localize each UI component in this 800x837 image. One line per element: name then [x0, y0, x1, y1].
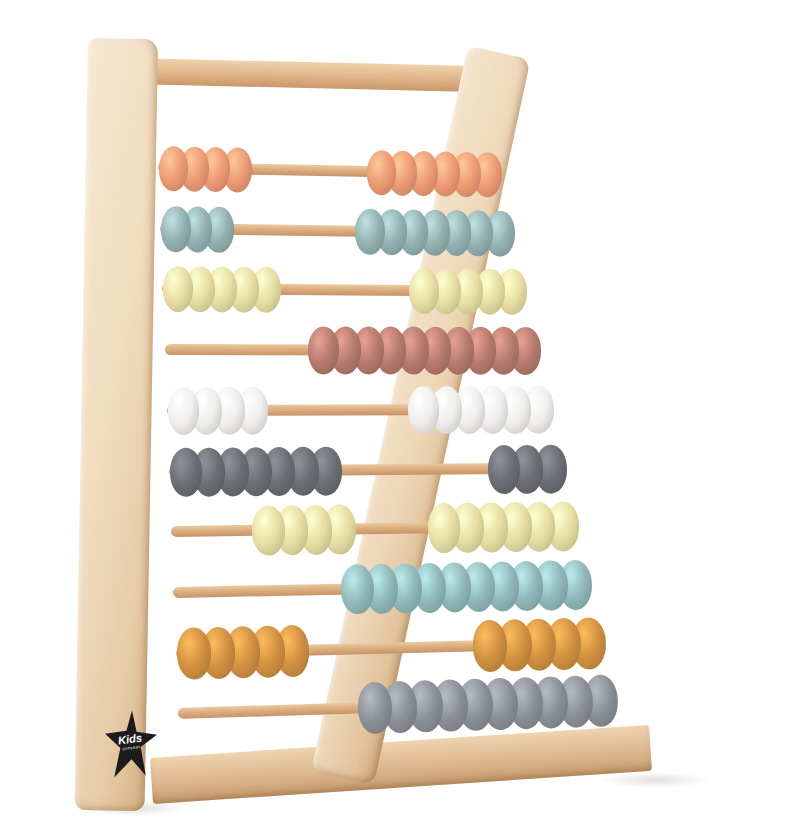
abacus-left-post — [75, 38, 158, 811]
abacus-product-photo: Kids concept — [0, 0, 800, 837]
abacus-row-2 — [160, 201, 507, 262]
abacus-row-8 — [173, 557, 585, 621]
abacus-row-6 — [169, 440, 559, 499]
bead-left-row5-1 — [168, 387, 200, 435]
abacus-row-1 — [157, 140, 494, 202]
bead-right-row2-1 — [355, 208, 385, 254]
bead-right-row10-1 — [357, 682, 393, 735]
bead-right-row4-1 — [307, 327, 338, 374]
abacus-row-5 — [167, 382, 546, 439]
bead-left-row1-1 — [159, 146, 189, 192]
bead-middle-row7-1 — [252, 506, 285, 556]
bead-right-row6-1 — [488, 444, 520, 493]
kids-concept-logo: Kids concept — [103, 708, 159, 780]
bead-right-row5-1 — [408, 386, 440, 434]
abacus-row-7 — [171, 498, 572, 560]
star-icon: Kids concept — [103, 708, 159, 780]
abacus-row-4 — [165, 322, 533, 379]
right-foot-shadow — [600, 772, 710, 788]
abacus-top-crossbar — [128, 58, 488, 92]
bead-right-row9-1 — [472, 619, 507, 671]
bead-left-row6-1 — [170, 447, 202, 496]
bead-left-row2-1 — [161, 206, 191, 252]
abacus-row-3 — [162, 261, 520, 320]
bead-left-row9-1 — [176, 627, 211, 679]
abacus-row-9 — [175, 615, 598, 682]
